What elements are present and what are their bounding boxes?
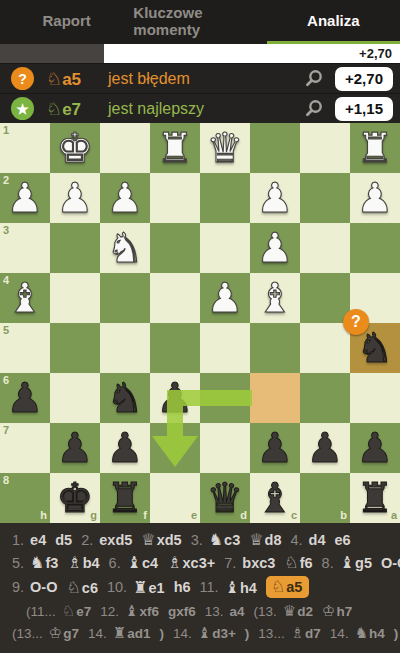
piece-figurine: ♝ — [127, 553, 141, 572]
rank-label-4: 4 — [3, 275, 9, 286]
square-d4[interactable]: ♟︎ — [200, 273, 250, 323]
piece-bP: ♟︎ — [50, 423, 100, 473]
square-e5[interactable] — [150, 323, 200, 373]
square-f6[interactable]: ♞ — [100, 373, 150, 423]
move-token[interactable]: exd5 — [99, 532, 132, 548]
square-g1[interactable]: ♚ — [50, 123, 100, 173]
square-c3[interactable]: ♟︎ — [250, 223, 300, 273]
square-h1[interactable]: 1 — [0, 123, 50, 173]
move-token[interactable]: a4 — [230, 604, 245, 619]
square-e4[interactable] — [150, 273, 200, 323]
square-g8[interactable]: g♚ — [50, 473, 100, 523]
move-token[interactable]: ) — [159, 626, 164, 641]
square-a1[interactable]: ♜ — [350, 123, 400, 173]
variation-line: (13...♔g714.♜ad1)14.♝d3+)13...♗d714.♞h4) — [12, 624, 390, 642]
file-label-e: e — [191, 510, 197, 521]
square-b5[interactable] — [300, 323, 350, 373]
square-b1[interactable] — [300, 123, 350, 173]
move-token[interactable]: ♝d3+ — [198, 624, 236, 642]
move-token[interactable]: ♝h4 — [225, 578, 257, 597]
move-number: 8. — [322, 555, 334, 571]
square-f8[interactable]: f♜ — [100, 473, 150, 523]
move-number: 7. — [224, 555, 236, 571]
piece-figurine: ♝ — [225, 578, 239, 597]
square-h2[interactable]: 2♟︎ — [0, 173, 50, 223]
square-a7[interactable]: ♟︎ — [350, 423, 400, 473]
move-token[interactable]: ♗d7 — [291, 624, 321, 642]
move-number: 6. — [109, 555, 121, 571]
blunder-move: ♘a5 — [46, 68, 108, 90]
square-g4[interactable] — [50, 273, 100, 323]
piece-wP: ♟︎ — [350, 173, 400, 223]
best-move-verdict: jest najlepszy — [108, 100, 303, 118]
move-token[interactable]: ♘e7 — [62, 602, 91, 620]
rank-label-5: 5 — [3, 325, 9, 336]
move-token[interactable]: d5 — [55, 532, 72, 548]
move-number: 14. — [330, 626, 349, 641]
move-token[interactable]: ♔h7 — [322, 602, 352, 620]
move-token[interactable]: bxc3 — [242, 555, 275, 571]
square-e1[interactable]: ♜ — [150, 123, 200, 173]
piece-wR: ♜ — [150, 123, 200, 173]
move-token[interactable]: ♝g5 — [340, 553, 372, 572]
analysis-app: Raport Kluczowe momenty Analiza +2,70 ? … — [0, 0, 400, 653]
eval-badge: +2,70 — [335, 67, 393, 91]
piece-figurine: ♗ — [167, 553, 181, 572]
move-token[interactable]: ♕xd5 — [141, 530, 181, 549]
file-label-f: f — [143, 510, 147, 521]
square-e8[interactable]: e — [150, 473, 200, 523]
search-icon[interactable] — [303, 98, 325, 120]
move-token[interactable]: ♞c3 — [209, 530, 240, 549]
move-token[interactable]: ♗xc3+ — [167, 553, 215, 572]
piece-figurine: ♗ — [67, 553, 81, 572]
square-f1[interactable] — [100, 123, 150, 173]
piece-figurine: ♗ — [291, 624, 304, 642]
move-token[interactable]: d4 — [309, 532, 326, 548]
best-move-badge-icon: ★ — [11, 97, 34, 120]
move-number: 14. — [88, 626, 107, 641]
main-line: 9.O-O♘c610.♜e1h611.♝h4♘a5 — [12, 576, 390, 598]
piece-wP: ♟︎ — [250, 223, 300, 273]
move-number: 13... — [258, 626, 284, 641]
square-a6[interactable] — [350, 373, 400, 423]
file-label-h: h — [40, 510, 47, 521]
move-number: 3. — [191, 532, 203, 548]
move-token[interactable]: O-O — [381, 555, 400, 571]
square-f3[interactable]: ♞ — [100, 223, 150, 273]
piece-bP: ♟︎ — [300, 423, 350, 473]
move-list: 1.e4d52.exd5♕xd53.♞c3♕d84.d4e65.♞f3♗b46.… — [0, 523, 400, 653]
highlighted-move-badge[interactable]: ♘a5 — [266, 576, 309, 598]
rank-label-2: 2 — [3, 175, 9, 186]
square-c4[interactable]: ♝ — [250, 273, 300, 323]
piece-figurine: ♘ — [284, 553, 298, 572]
tab-bar: Raport Kluczowe momenty Analiza — [0, 0, 400, 44]
square-f5[interactable] — [100, 323, 150, 373]
move-number: 14. — [173, 626, 192, 641]
move-token[interactable]: O-O — [30, 579, 57, 595]
move-token[interactable]: ♘c6 — [66, 578, 97, 597]
tab-kluczowe-momenty[interactable]: Kluczowe momenty — [133, 0, 266, 44]
square-b6[interactable] — [300, 373, 350, 423]
move-token[interactable]: ♕d8 — [249, 530, 281, 549]
move-number: (13... — [12, 626, 43, 641]
piece-figurine: ♔ — [322, 602, 335, 620]
move-number: 1. — [12, 532, 24, 548]
square-d5[interactable] — [200, 323, 250, 373]
square-b2[interactable] — [300, 173, 350, 223]
move-token[interactable]: ♛d2 — [283, 602, 313, 620]
best-move-row[interactable]: ★ ♘e7 jest najlepszy +1,15 — [0, 93, 400, 123]
piece-figurine: ♝ — [198, 624, 211, 642]
piece-wP: ♟︎ — [100, 173, 150, 223]
piece-figurine: ♕ — [249, 530, 263, 549]
move-token[interactable]: ♘f6 — [284, 553, 312, 572]
piece-bP: ♟︎ — [100, 423, 150, 473]
square-g5[interactable] — [50, 323, 100, 373]
move-token[interactable]: gxf6 — [168, 604, 196, 619]
blunder-row[interactable]: ? ♘a5 jest błędem +2,70 — [0, 63, 400, 93]
eval-bar: +2,70 — [0, 44, 400, 63]
square-a3[interactable] — [350, 223, 400, 273]
knight-figurine: ♘ — [46, 68, 62, 89]
file-label-d: d — [240, 510, 247, 521]
square-c7[interactable]: ♟︎ — [250, 423, 300, 473]
move-number: 5. — [12, 555, 24, 571]
piece-bP: ♟︎ — [250, 423, 300, 473]
piece-figurine: ♛ — [283, 602, 296, 620]
square-c1[interactable] — [250, 123, 300, 173]
square-h8[interactable]: 8h — [0, 473, 50, 523]
square-f2[interactable]: ♟︎ — [100, 173, 150, 223]
move-number: 11. — [200, 579, 219, 595]
piece-figurine: ♔ — [49, 624, 62, 642]
file-label-a: a — [391, 510, 397, 521]
square-b3[interactable] — [300, 223, 350, 273]
move-token[interactable]: ) — [245, 626, 250, 641]
rank-label-7: 7 — [3, 425, 9, 436]
eval-bar-value: +2,70 — [359, 46, 400, 61]
square-b4[interactable] — [300, 273, 350, 323]
search-icon[interactable] — [303, 68, 325, 90]
piece-figurine: ♞ — [209, 530, 223, 549]
rank-label-8: 8 — [3, 475, 9, 486]
square-b8[interactable]: b — [300, 473, 350, 523]
tab-analiza[interactable]: Analiza — [267, 0, 400, 44]
square-g6[interactable] — [50, 373, 100, 423]
file-label-b: b — [340, 510, 347, 521]
file-label-c: c — [291, 510, 297, 521]
square-h5[interactable]: 5 — [0, 323, 50, 373]
move-token[interactable]: ♝c4 — [127, 553, 158, 572]
piece-wR: ♜ — [350, 123, 400, 173]
square-d8[interactable]: d♛ — [200, 473, 250, 523]
mistake-badge-icon: ? — [11, 67, 34, 90]
piece-figurine: ♝ — [125, 602, 138, 620]
square-c8[interactable]: c♝ — [250, 473, 300, 523]
square-b7[interactable]: ♟︎ — [300, 423, 350, 473]
rank-label-3: 3 — [3, 225, 9, 236]
move-token[interactable]: ♞h4 — [355, 624, 385, 642]
square-a8[interactable]: a♜ — [350, 473, 400, 523]
file-label-g: g — [90, 510, 97, 521]
square-e7[interactable] — [150, 423, 200, 473]
rank-label-6: 6 — [3, 375, 9, 386]
move-number: 4. — [291, 532, 303, 548]
blunder-question-icon: ? — [343, 309, 369, 335]
piece-bN: ♞ — [100, 373, 150, 423]
blunder-verdict: jest błędem — [108, 70, 303, 88]
square-c6[interactable] — [250, 373, 300, 423]
variation-line: (11...♘e712.♝xf6gxf613.a4(13.♛d2♔h7 — [12, 602, 390, 620]
move-number: 13. — [205, 604, 224, 619]
tab-raport[interactable]: Raport — [0, 0, 133, 44]
piece-figurine: ♜ — [133, 578, 147, 597]
square-d2[interactable] — [200, 173, 250, 223]
move-number: (13. — [254, 604, 277, 619]
piece-wN: ♞ — [100, 223, 150, 273]
move-token[interactable]: ♞f3 — [30, 553, 58, 572]
piece-wB: ♝ — [250, 273, 300, 323]
square-g2[interactable]: ♟︎ — [50, 173, 100, 223]
square-g7[interactable]: ♟︎ — [50, 423, 100, 473]
piece-figurine: ♘ — [271, 577, 285, 596]
best-move: ♘e7 — [46, 98, 108, 120]
piece-wK: ♚ — [50, 123, 100, 173]
rank-label-1: 1 — [3, 125, 9, 136]
piece-bP: ♟︎ — [150, 373, 200, 423]
piece-figurine: ♘ — [66, 578, 80, 597]
move-number: (11... — [26, 604, 56, 619]
square-f7[interactable]: ♟︎ — [100, 423, 150, 473]
move-token[interactable]: e6 — [335, 532, 351, 548]
square-d3[interactable] — [200, 223, 250, 273]
move-number: 12. — [100, 604, 119, 619]
chess-board: ? 1♚♜♛♜2♟︎♟︎♟︎♟︎♟︎3♞♟︎4♝♟︎♝5♞6♟︎♞♟︎7♟︎♟︎… — [0, 123, 400, 523]
square-h6[interactable]: 6♟︎ — [0, 373, 50, 423]
move-token[interactable]: ♜e1 — [133, 578, 164, 597]
square-e2[interactable] — [150, 173, 200, 223]
piece-wP: ♟︎ — [200, 273, 250, 323]
move-token[interactable]: ♔g7 — [49, 624, 79, 642]
move-token[interactable]: h6 — [174, 579, 191, 595]
piece-figurine: ♞ — [30, 553, 44, 572]
square-h4[interactable]: 4♝ — [0, 273, 50, 323]
piece-figurine: ♜ — [113, 624, 126, 642]
main-line: 5.♞f3♗b46.♝c4♗xc3+7.bxc3♘f68.♝g5O-O — [12, 553, 390, 572]
move-number: 2. — [81, 532, 93, 548]
square-g3[interactable] — [50, 223, 100, 273]
knight-figurine: ♘ — [46, 98, 62, 119]
piece-wP: ♟︎ — [250, 173, 300, 223]
square-c2[interactable]: ♟︎ — [250, 173, 300, 223]
square-e3[interactable] — [150, 223, 200, 273]
move-token[interactable]: ♜ad1 — [113, 624, 151, 642]
eval-bar-white-portion: +2,70 — [104, 44, 400, 63]
square-a2[interactable]: ♟︎ — [350, 173, 400, 223]
piece-wQ: ♛ — [200, 123, 250, 173]
move-token[interactable]: e4 — [30, 532, 46, 548]
move-token[interactable]: ) — [394, 626, 399, 641]
piece-bP: ♟︎ — [350, 423, 400, 473]
main-line: 1.e4d52.exd5♕xd53.♞c3♕d84.d4e6 — [12, 530, 390, 549]
square-f4[interactable] — [100, 273, 150, 323]
move-token[interactable]: ♗b4 — [67, 553, 99, 572]
piece-figurine: ♘ — [62, 602, 75, 620]
move-token[interactable]: ♝xf6 — [125, 602, 159, 620]
square-h7[interactable]: 7 — [0, 423, 50, 473]
piece-wP: ♟︎ — [50, 173, 100, 223]
square-d6[interactable] — [200, 373, 250, 423]
piece-figurine: ♞ — [355, 624, 368, 642]
square-d1[interactable]: ♛ — [200, 123, 250, 173]
square-e6[interactable]: ♟︎ — [150, 373, 200, 423]
square-h3[interactable]: 3 — [0, 223, 50, 273]
square-d7[interactable] — [200, 423, 250, 473]
piece-figurine: ♝ — [340, 553, 354, 572]
move-number: 10. — [107, 579, 127, 595]
square-c5[interactable] — [250, 323, 300, 373]
eval-badge: +1,15 — [335, 97, 393, 121]
piece-figurine: ♕ — [141, 530, 155, 549]
move-number: 9. — [12, 579, 24, 595]
